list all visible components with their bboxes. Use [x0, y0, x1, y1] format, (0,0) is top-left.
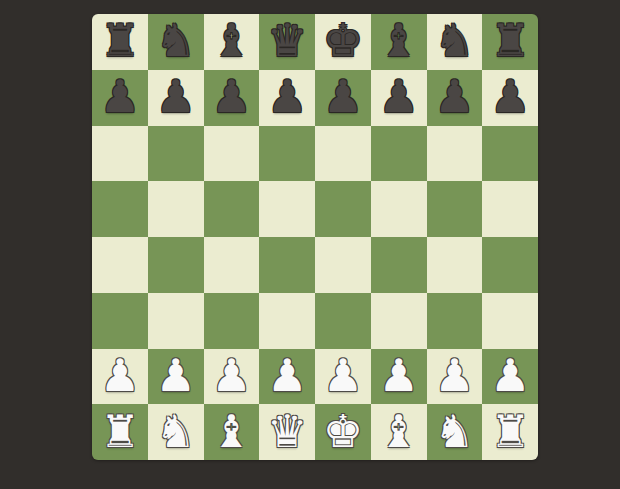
piece-white-pawn[interactable]: ♟ — [211, 353, 251, 398]
piece-black-rook[interactable]: ♜ — [490, 18, 530, 63]
square-b3[interactable] — [148, 293, 204, 349]
piece-black-pawn[interactable]: ♟ — [323, 74, 363, 119]
square-f2[interactable]: ♟ — [371, 349, 427, 405]
piece-black-king[interactable]: ♚ — [323, 18, 363, 63]
square-e6[interactable] — [315, 126, 371, 182]
piece-white-pawn[interactable]: ♟ — [100, 353, 140, 398]
square-c1[interactable]: ♝ — [204, 404, 260, 460]
piece-white-pawn[interactable]: ♟ — [490, 353, 530, 398]
square-d5[interactable] — [259, 181, 315, 237]
piece-white-pawn[interactable]: ♟ — [378, 353, 418, 398]
square-c8[interactable]: ♝ — [204, 14, 260, 70]
square-c4[interactable] — [204, 237, 260, 293]
square-e4[interactable] — [315, 237, 371, 293]
square-f4[interactable] — [371, 237, 427, 293]
square-c6[interactable] — [204, 126, 260, 182]
square-a2[interactable]: ♟ — [92, 349, 148, 405]
square-b2[interactable]: ♟ — [148, 349, 204, 405]
square-d1[interactable]: ♛ — [259, 404, 315, 460]
square-h3[interactable] — [482, 293, 538, 349]
square-h5[interactable] — [482, 181, 538, 237]
square-g3[interactable] — [427, 293, 483, 349]
square-b5[interactable] — [148, 181, 204, 237]
piece-white-knight[interactable]: ♞ — [434, 409, 474, 454]
square-e1[interactable]: ♚ — [315, 404, 371, 460]
square-f7[interactable]: ♟ — [371, 70, 427, 126]
square-c7[interactable]: ♟ — [204, 70, 260, 126]
piece-black-pawn[interactable]: ♟ — [434, 74, 474, 119]
square-g1[interactable]: ♞ — [427, 404, 483, 460]
square-c3[interactable] — [204, 293, 260, 349]
piece-white-pawn[interactable]: ♟ — [434, 353, 474, 398]
square-a7[interactable]: ♟ — [92, 70, 148, 126]
piece-white-queen[interactable]: ♛ — [267, 409, 307, 454]
square-b1[interactable]: ♞ — [148, 404, 204, 460]
piece-white-pawn[interactable]: ♟ — [267, 353, 307, 398]
square-f1[interactable]: ♝ — [371, 404, 427, 460]
square-a6[interactable] — [92, 126, 148, 182]
square-a3[interactable] — [92, 293, 148, 349]
piece-white-rook[interactable]: ♜ — [490, 409, 530, 454]
square-f6[interactable] — [371, 126, 427, 182]
square-c5[interactable] — [204, 181, 260, 237]
square-a4[interactable] — [92, 237, 148, 293]
square-b8[interactable]: ♞ — [148, 14, 204, 70]
square-e8[interactable]: ♚ — [315, 14, 371, 70]
square-h1[interactable]: ♜ — [482, 404, 538, 460]
square-g2[interactable]: ♟ — [427, 349, 483, 405]
square-a5[interactable] — [92, 181, 148, 237]
square-e2[interactable]: ♟ — [315, 349, 371, 405]
square-d8[interactable]: ♛ — [259, 14, 315, 70]
square-c2[interactable]: ♟ — [204, 349, 260, 405]
square-h2[interactable]: ♟ — [482, 349, 538, 405]
square-h7[interactable]: ♟ — [482, 70, 538, 126]
piece-white-pawn[interactable]: ♟ — [155, 353, 195, 398]
square-f3[interactable] — [371, 293, 427, 349]
page-background: ♜♞♝♛♚♝♞♜♟♟♟♟♟♟♟♟♟♟♟♟♟♟♟♟♜♞♝♛♚♝♞♜ — [0, 0, 620, 489]
square-d4[interactable] — [259, 237, 315, 293]
chess-board: ♜♞♝♛♚♝♞♜♟♟♟♟♟♟♟♟♟♟♟♟♟♟♟♟♜♞♝♛♚♝♞♜ — [92, 14, 538, 460]
square-g7[interactable]: ♟ — [427, 70, 483, 126]
square-g8[interactable]: ♞ — [427, 14, 483, 70]
piece-black-pawn[interactable]: ♟ — [100, 74, 140, 119]
piece-white-knight[interactable]: ♞ — [155, 409, 195, 454]
square-a1[interactable]: ♜ — [92, 404, 148, 460]
square-h6[interactable] — [482, 126, 538, 182]
piece-white-bishop[interactable]: ♝ — [211, 409, 251, 454]
square-f8[interactable]: ♝ — [371, 14, 427, 70]
piece-black-pawn[interactable]: ♟ — [267, 74, 307, 119]
square-g6[interactable] — [427, 126, 483, 182]
square-e5[interactable] — [315, 181, 371, 237]
piece-white-king[interactable]: ♚ — [323, 409, 363, 454]
piece-black-rook[interactable]: ♜ — [100, 18, 140, 63]
square-d3[interactable] — [259, 293, 315, 349]
piece-black-bishop[interactable]: ♝ — [211, 18, 251, 63]
piece-white-bishop[interactable]: ♝ — [378, 409, 418, 454]
square-h4[interactable] — [482, 237, 538, 293]
piece-black-queen[interactable]: ♛ — [267, 18, 307, 63]
square-b6[interactable] — [148, 126, 204, 182]
square-d6[interactable] — [259, 126, 315, 182]
square-d7[interactable]: ♟ — [259, 70, 315, 126]
square-b7[interactable]: ♟ — [148, 70, 204, 126]
piece-black-pawn[interactable]: ♟ — [211, 74, 251, 119]
piece-black-knight[interactable]: ♞ — [434, 18, 474, 63]
piece-black-knight[interactable]: ♞ — [155, 18, 195, 63]
square-a8[interactable]: ♜ — [92, 14, 148, 70]
piece-black-bishop[interactable]: ♝ — [378, 18, 418, 63]
piece-white-pawn[interactable]: ♟ — [323, 353, 363, 398]
square-f5[interactable] — [371, 181, 427, 237]
piece-black-pawn[interactable]: ♟ — [490, 74, 530, 119]
piece-black-pawn[interactable]: ♟ — [378, 74, 418, 119]
square-g5[interactable] — [427, 181, 483, 237]
square-e3[interactable] — [315, 293, 371, 349]
square-h8[interactable]: ♜ — [482, 14, 538, 70]
square-g4[interactable] — [427, 237, 483, 293]
piece-white-rook[interactable]: ♜ — [100, 409, 140, 454]
square-b4[interactable] — [148, 237, 204, 293]
square-d2[interactable]: ♟ — [259, 349, 315, 405]
piece-black-pawn[interactable]: ♟ — [155, 74, 195, 119]
square-e7[interactable]: ♟ — [315, 70, 371, 126]
